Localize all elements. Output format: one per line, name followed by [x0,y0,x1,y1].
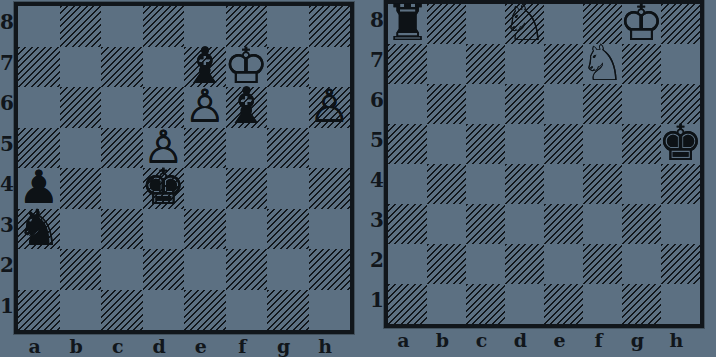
square-h5: ♚ [661,124,700,164]
square-h7 [661,44,700,84]
square-e5 [544,124,583,164]
square-g4 [267,168,309,209]
square-f3 [226,209,268,250]
square-a4 [388,164,427,204]
square-f2 [583,244,622,284]
square-c1 [466,284,505,324]
rank-label-6: 6 [0,83,14,124]
file-label-d: d [139,335,181,355]
square-h3 [309,209,351,250]
file-label-g: g [263,335,305,355]
square-b6 [60,87,102,128]
square-g2 [622,244,661,284]
square-d2 [505,244,544,284]
square-h8 [309,6,351,47]
square-c7 [101,47,143,88]
square-g8 [267,6,309,47]
square-b3 [60,209,102,250]
square-g6 [622,84,661,124]
square-f4 [583,164,622,204]
square-b2 [60,249,102,290]
piece-white-pawn: ♙ [184,83,225,129]
square-g6 [267,87,309,128]
square-d4: ♚ [143,168,185,209]
rank-label-3: 3 [0,205,14,246]
square-f4 [226,168,268,209]
rank-labels-right: 87654321 [370,0,384,349]
square-g5 [267,128,309,169]
square-e6 [544,84,583,124]
square-d8: ♘ [505,4,544,44]
square-d3 [505,204,544,244]
rank-labels-left: 87654321 [0,2,14,355]
rank-label-1: 1 [370,280,384,320]
rank-label-8: 8 [0,2,14,43]
square-e3 [184,209,226,250]
piece-white-knight: ♘ [502,0,547,48]
piece-black-rook: ♜ [385,0,430,48]
square-e4 [544,164,583,204]
file-label-g: g [618,329,657,349]
piece-black-knight: ♞ [16,203,61,253]
file-label-d: d [501,329,540,349]
square-a5 [388,124,427,164]
square-b3 [427,204,466,244]
square-e1 [184,290,226,331]
square-a3 [388,204,427,244]
square-f1 [226,290,268,331]
square-g5 [622,124,661,164]
file-label-a: a [384,329,423,349]
square-e4 [184,168,226,209]
square-h1 [309,290,351,331]
square-a8: ♜ [388,4,427,44]
file-label-h: h [305,335,347,355]
square-e5 [184,128,226,169]
square-f1 [583,284,622,324]
square-b7 [427,44,466,84]
square-c5 [101,128,143,169]
square-g7 [267,47,309,88]
square-b4 [60,168,102,209]
rank-label-3: 3 [370,200,384,240]
square-e6: ♙ [184,87,226,128]
square-b1 [427,284,466,324]
square-d5 [505,124,544,164]
square-e3 [544,204,583,244]
square-b6 [427,84,466,124]
chess-diagram-left: 87654321 ♝♔♙♝♙♙♟♚♞ abcdefgh [0,2,354,355]
file-label-c: c [462,329,501,349]
piece-black-king: ♚ [658,118,703,168]
file-label-c: c [97,335,139,355]
file-labels-left: abcdefgh [14,335,354,355]
square-e2 [184,249,226,290]
square-c2 [466,244,505,284]
square-e8 [544,4,583,44]
square-f5 [583,124,622,164]
rank-label-5: 5 [0,124,14,165]
square-b5 [427,124,466,164]
square-h2 [309,249,351,290]
square-d2 [143,249,185,290]
file-label-a: a [14,335,56,355]
square-c1 [101,290,143,331]
square-h3 [661,204,700,244]
square-c8 [101,6,143,47]
square-c6 [101,87,143,128]
piece-black-king: ♚ [141,162,186,212]
rank-label-6: 6 [370,80,384,120]
square-b8 [427,4,466,44]
square-c4 [101,168,143,209]
piece-black-bishop: ♝ [224,81,269,131]
rank-label-2: 2 [0,245,14,286]
square-g8: ♔ [622,4,661,44]
square-e1 [544,284,583,324]
square-c8 [466,4,505,44]
square-a8 [18,6,60,47]
square-g3 [267,209,309,250]
square-d4 [505,164,544,204]
square-a6 [18,87,60,128]
rank-label-1: 1 [0,286,14,327]
chessboard-left: ♝♔♙♝♙♙♟♚♞ [14,2,354,334]
square-c3 [466,204,505,244]
square-c2 [101,249,143,290]
square-c4 [466,164,505,204]
chessboard-right: ♜♘♔♘♚ [384,0,704,328]
square-a3: ♞ [18,209,60,250]
square-c7 [466,44,505,84]
square-h6: ♙ [309,87,351,128]
file-label-e: e [180,335,222,355]
file-labels-right: abcdefgh [384,329,704,349]
rank-label-4: 4 [370,160,384,200]
square-e7 [544,44,583,84]
square-g2 [267,249,309,290]
square-d1 [505,284,544,324]
square-f3 [583,204,622,244]
square-b4 [427,164,466,204]
square-a1 [388,284,427,324]
file-label-e: e [540,329,579,349]
chess-diagram-right: 87654321 ♜♘♔♘♚ abcdefgh [370,0,704,349]
rank-label-8: 8 [370,0,384,40]
rank-label-7: 7 [370,40,384,80]
square-f7: ♘ [583,44,622,84]
square-h5 [309,128,351,169]
square-a7 [18,47,60,88]
square-g1 [267,290,309,331]
square-h2 [661,244,700,284]
square-c6 [466,84,505,124]
file-label-f: f [579,329,618,349]
file-label-b: b [56,335,98,355]
square-g4 [622,164,661,204]
file-label-h: h [657,329,696,349]
square-c3 [101,209,143,250]
file-label-b: b [423,329,462,349]
square-a1 [18,290,60,331]
square-b1 [60,290,102,331]
rank-label-7: 7 [0,43,14,84]
square-b2 [427,244,466,284]
rank-label-2: 2 [370,240,384,280]
square-g1 [622,284,661,324]
rank-label-5: 5 [370,120,384,160]
piece-white-knight: ♘ [580,38,625,88]
page-root: { "game": "chess", "style": { "backgroun… [0,0,716,357]
square-b5 [60,128,102,169]
square-d6 [505,84,544,124]
square-e2 [544,244,583,284]
square-d7 [143,47,185,88]
rank-label-4: 4 [0,164,14,205]
square-f2 [226,249,268,290]
square-f6: ♝ [226,87,268,128]
square-g3 [622,204,661,244]
square-h4 [309,168,351,209]
piece-white-pawn: ♙ [309,83,350,129]
square-d1 [143,290,185,331]
square-c5 [466,124,505,164]
file-label-f: f [222,335,264,355]
square-b7 [60,47,102,88]
square-d8 [143,6,185,47]
square-h1 [661,284,700,324]
square-b8 [60,6,102,47]
square-h8 [661,4,700,44]
square-a6 [388,84,427,124]
square-a2 [388,244,427,284]
piece-white-king: ♔ [619,0,664,48]
